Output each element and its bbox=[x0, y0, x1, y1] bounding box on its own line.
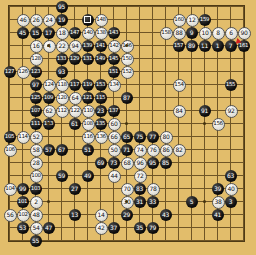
black-stone[interactable]: 53 bbox=[17, 222, 29, 234]
black-stone[interactable]: 45 bbox=[17, 27, 29, 39]
go-board[interactable]: 9546262419148160121594515171814714013814… bbox=[3, 0, 250, 247]
black-stone[interactable]: 83 bbox=[134, 183, 146, 195]
last-move-triangle-icon bbox=[234, 37, 241, 43]
black-stone[interactable]: 143 bbox=[108, 27, 120, 39]
white-stone[interactable]: 116 bbox=[82, 131, 95, 144]
white-stone[interactable]: 58 bbox=[30, 144, 43, 157]
white-stone[interactable]: 62 bbox=[43, 105, 56, 118]
white-stone[interactable]: 138 bbox=[95, 27, 108, 40]
black-stone[interactable]: 75 bbox=[134, 131, 146, 143]
black-stone[interactable]: 87 bbox=[121, 92, 133, 104]
white-stone[interactable]: 26 bbox=[30, 14, 43, 27]
black-stone[interactable] bbox=[82, 14, 94, 26]
white-stone[interactable]: 136 bbox=[95, 131, 108, 144]
white-stone[interactable]: 38 bbox=[212, 196, 225, 209]
white-stone[interactable]: 102 bbox=[17, 209, 30, 222]
star-point bbox=[203, 200, 206, 203]
white-stone[interactable]: 140 bbox=[82, 27, 95, 40]
white-stone[interactable]: 2 bbox=[30, 196, 43, 209]
white-stone[interactable]: 110 bbox=[82, 105, 95, 118]
white-stone[interactable]: 8 bbox=[212, 27, 225, 40]
white-stone[interactable]: 68 bbox=[121, 157, 134, 170]
black-stone[interactable]: 5 bbox=[186, 196, 198, 208]
black-stone[interactable]: 65 bbox=[121, 131, 133, 143]
black-stone[interactable]: 121 bbox=[82, 92, 94, 104]
black-stone[interactable]: 17 bbox=[43, 27, 55, 39]
black-stone[interactable]: 109 bbox=[43, 92, 55, 104]
black-stone[interactable]: 61 bbox=[69, 118, 81, 130]
white-stone[interactable]: 124 bbox=[43, 79, 56, 92]
black-stone[interactable]: 115 bbox=[95, 92, 107, 104]
black-stone[interactable]: 89 bbox=[186, 40, 198, 52]
black-stone[interactable]: 31 bbox=[134, 196, 146, 208]
square-marker-icon bbox=[84, 16, 91, 23]
white-stone[interactable]: 160 bbox=[173, 14, 186, 27]
black-stone[interactable]: 147 bbox=[69, 27, 81, 39]
black-stone[interactable]: 49 bbox=[82, 170, 94, 182]
white-stone[interactable]: 92 bbox=[225, 105, 238, 118]
black-stone[interactable]: 41 bbox=[212, 209, 224, 221]
white-stone[interactable]: 128 bbox=[30, 53, 43, 66]
black-stone[interactable]: 77 bbox=[147, 131, 159, 143]
black-stone[interactable]: 123 bbox=[30, 66, 42, 78]
white-stone[interactable]: 158 bbox=[160, 27, 173, 40]
black-stone[interactable]: 145 bbox=[108, 53, 120, 65]
white-stone[interactable]: 60 bbox=[108, 118, 121, 131]
white-stone[interactable]: 24 bbox=[43, 14, 56, 27]
black-stone[interactable]: 137 bbox=[108, 105, 120, 117]
white-stone[interactable]: 50 bbox=[108, 144, 121, 157]
white-stone[interactable]: 106 bbox=[4, 144, 17, 157]
white-stone[interactable]: 74 bbox=[134, 144, 147, 157]
white-stone[interactable]: 22 bbox=[56, 40, 69, 53]
black-stone[interactable]: 29 bbox=[121, 209, 133, 221]
black-stone[interactable]: 99 bbox=[17, 183, 29, 195]
black-stone[interactable]: 85 bbox=[160, 157, 172, 169]
black-stone[interactable]: 15 bbox=[30, 27, 42, 39]
black-stone[interactable]: 155 bbox=[225, 79, 237, 91]
white-stone[interactable]: 82 bbox=[173, 144, 186, 157]
white-stone[interactable]: 18 bbox=[56, 27, 69, 40]
white-stone[interactable]: 70 bbox=[121, 183, 134, 196]
black-stone[interactable]: 157 bbox=[173, 40, 185, 52]
white-stone[interactable]: 46 bbox=[17, 14, 30, 27]
black-stone[interactable]: 139 bbox=[82, 40, 94, 52]
white-stone[interactable]: 134 bbox=[108, 79, 121, 92]
white-stone[interactable]: 56 bbox=[4, 209, 17, 222]
black-stone[interactable]: 103 bbox=[30, 183, 42, 195]
white-stone[interactable]: 48 bbox=[30, 209, 43, 222]
white-stone[interactable]: 156 bbox=[212, 118, 225, 131]
black-stone[interactable]: 47 bbox=[43, 222, 55, 234]
black-stone[interactable]: 111 bbox=[30, 118, 42, 130]
white-stone[interactable]: 114 bbox=[17, 131, 30, 144]
black-stone[interactable]: 133 bbox=[56, 53, 68, 65]
black-stone[interactable]: 117 bbox=[69, 79, 81, 91]
white-stone[interactable]: 104 bbox=[4, 183, 17, 196]
black-stone[interactable]: 35 bbox=[134, 222, 146, 234]
black-stone[interactable]: 3 bbox=[225, 196, 237, 208]
star-point bbox=[125, 200, 128, 203]
black-stone[interactable]: 67 bbox=[56, 144, 68, 156]
star-point bbox=[47, 200, 50, 203]
black-stone[interactable]: 141 bbox=[95, 40, 107, 52]
black-stone[interactable]: 23 bbox=[95, 105, 107, 117]
white-stone[interactable]: 72 bbox=[134, 170, 147, 183]
black-stone[interactable]: 161 bbox=[238, 40, 250, 52]
star-point bbox=[47, 122, 50, 125]
star-point bbox=[125, 122, 128, 125]
white-stone[interactable]: 42 bbox=[95, 222, 108, 235]
black-stone[interactable]: 43 bbox=[160, 209, 172, 221]
black-stone[interactable]: 59 bbox=[56, 170, 68, 182]
black-stone[interactable]: 79 bbox=[147, 222, 159, 234]
white-stone[interactable]: 86 bbox=[160, 144, 173, 157]
black-stone[interactable]: 19 bbox=[56, 14, 68, 26]
white-stone[interactable]: 14 bbox=[95, 209, 108, 222]
black-stone[interactable]: 13 bbox=[69, 209, 81, 221]
white-stone[interactable]: 88 bbox=[173, 27, 186, 40]
black-stone[interactable]: 131 bbox=[82, 53, 94, 65]
white-stone[interactable]: 28 bbox=[30, 157, 43, 170]
black-stone[interactable]: 119 bbox=[82, 79, 94, 91]
white-stone[interactable]: 84 bbox=[173, 105, 186, 118]
black-stone[interactable]: 95 bbox=[56, 1, 68, 13]
white-stone[interactable]: 142 bbox=[108, 40, 121, 53]
white-stone[interactable]: 52 bbox=[30, 131, 43, 144]
black-stone[interactable]: 69 bbox=[95, 157, 107, 169]
star-point bbox=[203, 122, 206, 125]
star-point bbox=[125, 44, 128, 47]
black-stone[interactable]: 55 bbox=[30, 235, 42, 247]
black-stone[interactable]: 27 bbox=[69, 183, 81, 195]
black-stone[interactable]: 33 bbox=[147, 196, 159, 208]
black-stone[interactable]: 1 bbox=[212, 40, 224, 52]
white-stone[interactable]: 96 bbox=[134, 157, 147, 170]
white-stone[interactable]: 16 bbox=[30, 40, 43, 53]
black-stone[interactable]: 39 bbox=[212, 183, 224, 195]
black-stone[interactable]: 151 bbox=[108, 66, 120, 78]
black-stone[interactable]: 97 bbox=[30, 79, 42, 91]
white-stone[interactable]: 66 bbox=[108, 131, 121, 144]
white-stone[interactable]: 118 bbox=[56, 79, 69, 92]
white-stone[interactable]: 76 bbox=[147, 144, 160, 157]
white-stone[interactable]: 10 bbox=[199, 27, 212, 40]
white-stone[interactable]: 154 bbox=[173, 79, 186, 92]
black-stone[interactable]: 135 bbox=[95, 118, 107, 130]
white-stone[interactable]: 148 bbox=[95, 14, 108, 27]
white-stone[interactable]: 122 bbox=[69, 105, 82, 118]
star-point bbox=[47, 44, 50, 47]
black-stone[interactable]: 73 bbox=[108, 157, 120, 169]
black-stone[interactable]: 129 bbox=[69, 53, 81, 65]
white-stone[interactable]: 100 bbox=[30, 170, 43, 183]
black-stone[interactable]: 51 bbox=[82, 144, 94, 156]
white-stone[interactable]: 12 bbox=[186, 14, 199, 27]
white-stone[interactable]: 44 bbox=[108, 170, 121, 183]
black-stone[interactable]: 105 bbox=[4, 131, 16, 143]
black-stone[interactable]: 107 bbox=[30, 105, 42, 117]
black-stone[interactable]: 91 bbox=[199, 105, 211, 117]
white-stone[interactable]: 94 bbox=[69, 40, 82, 53]
black-stone[interactable]: 57 bbox=[43, 144, 55, 156]
white-stone[interactable]: 120 bbox=[56, 92, 69, 105]
white-stone[interactable]: 54 bbox=[30, 222, 43, 235]
black-stone[interactable]: 37 bbox=[108, 222, 120, 234]
white-stone[interactable]: 112 bbox=[56, 105, 69, 118]
star-point bbox=[203, 44, 206, 47]
black-stone[interactable]: 71 bbox=[121, 144, 133, 156]
black-stone[interactable]: 95 bbox=[147, 157, 159, 169]
black-stone[interactable]: 153 bbox=[95, 79, 107, 91]
black-stone[interactable]: 101 bbox=[17, 196, 29, 208]
white-stone[interactable]: 108 bbox=[82, 118, 95, 131]
white-stone[interactable]: 40 bbox=[225, 183, 238, 196]
white-stone[interactable]: 150 bbox=[121, 53, 134, 66]
go-board-screenshot: 9546262419148160121594515171814714013814… bbox=[0, 0, 256, 255]
black-stone[interactable]: 125 bbox=[30, 92, 42, 104]
black-stone[interactable]: 9 bbox=[186, 27, 198, 39]
black-stone[interactable]: 127 bbox=[4, 66, 16, 78]
white-stone[interactable]: 78 bbox=[147, 183, 160, 196]
white-stone[interactable]: 64 bbox=[69, 92, 82, 105]
black-stone[interactable]: 149 bbox=[95, 53, 107, 65]
black-stone[interactable]: 93 bbox=[56, 66, 68, 78]
white-stone[interactable]: 126 bbox=[17, 66, 30, 79]
white-stone[interactable]: 152 bbox=[121, 66, 134, 79]
black-stone[interactable]: 63 bbox=[225, 170, 237, 182]
white-stone[interactable]: 80 bbox=[160, 131, 173, 144]
black-stone[interactable]: 159 bbox=[199, 14, 211, 26]
